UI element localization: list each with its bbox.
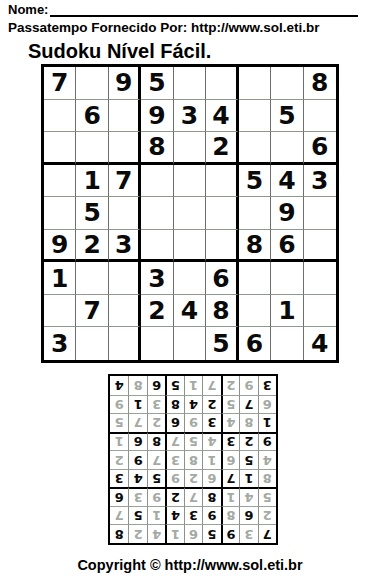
answer-cell-r2c9: 7 bbox=[110, 506, 128, 525]
cell-r3c1[interactable] bbox=[44, 132, 76, 165]
answer-cell-r9c8: 8 bbox=[128, 376, 146, 395]
cell-r5c8: 9 bbox=[271, 197, 303, 230]
answer-cell-r7c1: 1 bbox=[258, 413, 276, 432]
cell-r4c7: 5 bbox=[239, 165, 271, 198]
cell-r2c2: 6 bbox=[76, 100, 108, 133]
cell-r3c6: 2 bbox=[206, 132, 238, 165]
cell-r6c6[interactable] bbox=[206, 230, 238, 263]
answer-cell-r6c1: 9 bbox=[258, 432, 276, 451]
cell-r6c8: 6 bbox=[271, 230, 303, 263]
cell-r7c7[interactable] bbox=[239, 262, 271, 295]
cell-r9c1: 3 bbox=[44, 327, 76, 360]
cell-r5c1[interactable] bbox=[44, 197, 76, 230]
cell-r6c7: 8 bbox=[239, 230, 271, 263]
cell-r2c8: 5 bbox=[271, 100, 303, 133]
answer-cell-r1c2: 3 bbox=[239, 524, 257, 543]
answer-cell-r6c9: 1 bbox=[110, 432, 128, 451]
cell-r4c2: 1 bbox=[76, 165, 108, 198]
cell-r1c3: 9 bbox=[109, 67, 141, 100]
sudoku-grid: 795869345826175435992386136724813564 bbox=[41, 64, 339, 363]
answer-cell-r5c7: 7 bbox=[147, 450, 165, 469]
answer-cell-r9c4: 7 bbox=[202, 376, 220, 395]
provider-line: Passatempo Fornecido Por: http://www.sol… bbox=[8, 20, 320, 35]
cell-r8c2: 7 bbox=[76, 295, 108, 328]
cell-r8c8: 1 bbox=[271, 295, 303, 328]
answer-cell-r4c8: 4 bbox=[128, 469, 146, 488]
cell-r4c1[interactable] bbox=[44, 165, 76, 198]
cell-r6c9[interactable] bbox=[304, 230, 336, 263]
cell-r7c2[interactable] bbox=[76, 262, 108, 295]
answer-cell-r1c7: 4 bbox=[147, 524, 165, 543]
answer-cell-r6c3: 3 bbox=[221, 432, 239, 451]
cell-r8c3[interactable] bbox=[109, 295, 141, 328]
answer-cell-r6c8: 6 bbox=[128, 432, 146, 451]
answer-cell-r3c7: 9 bbox=[147, 487, 165, 506]
answer-cell-r8c6: 8 bbox=[165, 395, 183, 414]
answer-cell-r5c6: 3 bbox=[165, 450, 183, 469]
cell-r3c7[interactable] bbox=[239, 132, 271, 165]
cell-r6c4[interactable] bbox=[141, 230, 173, 263]
cell-r5c3[interactable] bbox=[109, 197, 141, 230]
cell-r7c4: 3 bbox=[141, 262, 173, 295]
cell-r4c8: 4 bbox=[271, 165, 303, 198]
answer-cell-r2c7: 1 bbox=[147, 506, 165, 525]
cell-r6c3: 3 bbox=[109, 230, 141, 263]
cell-r2c7[interactable] bbox=[239, 100, 271, 133]
cell-r5c6[interactable] bbox=[206, 197, 238, 230]
cell-r7c9[interactable] bbox=[304, 262, 336, 295]
answer-cell-r5c3: 6 bbox=[221, 450, 239, 469]
cell-r5c7[interactable] bbox=[239, 197, 271, 230]
answer-cell-r5c5: 8 bbox=[184, 450, 202, 469]
cell-r8c1[interactable] bbox=[44, 295, 76, 328]
answer-cell-r6c7: 8 bbox=[147, 432, 165, 451]
answer-cell-r5c1: 4 bbox=[258, 450, 276, 469]
answer-cell-r2c2: 6 bbox=[239, 506, 257, 525]
answer-cell-r6c6: 7 bbox=[165, 432, 183, 451]
cell-r1c5[interactable] bbox=[174, 67, 206, 100]
cell-r1c6[interactable] bbox=[206, 67, 238, 100]
answer-cell-r1c6: 1 bbox=[165, 524, 183, 543]
cell-r4c4[interactable] bbox=[141, 165, 173, 198]
cell-r7c1: 1 bbox=[44, 262, 76, 295]
cell-r7c8[interactable] bbox=[271, 262, 303, 295]
answer-cell-r4c4: 6 bbox=[202, 469, 220, 488]
answer-cell-r4c5: 2 bbox=[184, 469, 202, 488]
cell-r2c3[interactable] bbox=[109, 100, 141, 133]
cell-r9c2[interactable] bbox=[76, 327, 108, 360]
answer-cell-r7c7: 2 bbox=[147, 413, 165, 432]
answer-cell-r5c8: 9 bbox=[128, 450, 146, 469]
answer-cell-r5c9: 2 bbox=[110, 450, 128, 469]
cell-r2c9[interactable] bbox=[304, 100, 336, 133]
cell-r6c2: 2 bbox=[76, 230, 108, 263]
cell-r2c4: 9 bbox=[141, 100, 173, 133]
answer-cell-r6c2: 2 bbox=[239, 432, 257, 451]
answer-cell-r2c1: 2 bbox=[258, 506, 276, 525]
copyright: Copyright © http://www.sol.eti.br bbox=[0, 557, 380, 573]
answer-cell-r9c3: 2 bbox=[221, 376, 239, 395]
cell-r1c8[interactable] bbox=[271, 67, 303, 100]
cell-r2c6: 4 bbox=[206, 100, 238, 133]
cell-r7c5[interactable] bbox=[174, 262, 206, 295]
answer-cell-r8c9: 9 bbox=[110, 395, 128, 414]
answer-cell-r7c2: 8 bbox=[239, 413, 257, 432]
cell-r1c7[interactable] bbox=[239, 67, 271, 100]
answer-cell-r3c9: 6 bbox=[110, 487, 128, 506]
cell-r4c6[interactable] bbox=[206, 165, 238, 198]
cell-r7c3[interactable] bbox=[109, 262, 141, 295]
answer-cell-r8c3: 5 bbox=[221, 395, 239, 414]
cell-r6c5[interactable] bbox=[174, 230, 206, 263]
answer-cell-r5c2: 5 bbox=[239, 450, 257, 469]
page-title: Sudoku Nível Fácil. bbox=[28, 40, 211, 63]
answer-cell-r3c4: 8 bbox=[202, 487, 220, 506]
name-row: Nome: bbox=[8, 2, 358, 17]
answer-cell-r9c7: 6 bbox=[147, 376, 165, 395]
cell-r4c5[interactable] bbox=[174, 165, 206, 198]
answer-cell-r4c9: 3 bbox=[110, 469, 128, 488]
answer-cell-r3c5: 7 bbox=[184, 487, 202, 506]
worksheet-page: Nome: Passatempo Fornecido Por: http://w… bbox=[0, 0, 380, 585]
answer-cell-r7c5: 9 bbox=[184, 413, 202, 432]
answer-cell-r5c4: 1 bbox=[202, 450, 220, 469]
answer-cell-r3c2: 4 bbox=[239, 487, 257, 506]
answer-cell-r7c4: 3 bbox=[202, 413, 220, 432]
name-fill-line[interactable] bbox=[50, 2, 358, 17]
answer-cell-r9c1: 3 bbox=[258, 376, 276, 395]
answer-cell-r8c4: 2 bbox=[202, 395, 220, 414]
cell-r7c6: 6 bbox=[206, 262, 238, 295]
cell-r3c5[interactable] bbox=[174, 132, 206, 165]
cell-r9c5[interactable] bbox=[174, 327, 206, 360]
answer-cell-r4c2: 1 bbox=[239, 469, 257, 488]
cell-r3c8[interactable] bbox=[271, 132, 303, 165]
answer-cell-r7c6: 6 bbox=[165, 413, 183, 432]
answer-cell-r9c2: 9 bbox=[239, 376, 257, 395]
answer-cell-r6c4: 4 bbox=[202, 432, 220, 451]
answer-cell-r2c6: 4 bbox=[165, 506, 183, 525]
answer-cell-r8c2: 7 bbox=[239, 395, 257, 414]
answer-cell-r8c1: 6 bbox=[258, 395, 276, 414]
answer-cell-r4c3: 7 bbox=[221, 469, 239, 488]
cell-r8c6: 8 bbox=[206, 295, 238, 328]
answer-cell-r7c8: 7 bbox=[128, 413, 146, 432]
cell-r1c9: 8 bbox=[304, 67, 336, 100]
cell-r2c1[interactable] bbox=[44, 100, 76, 133]
answer-cell-r6c5: 5 bbox=[184, 432, 202, 451]
cell-r9c6: 5 bbox=[206, 327, 238, 360]
cell-r2c5: 3 bbox=[174, 100, 206, 133]
answer-cell-r3c8: 3 bbox=[128, 487, 146, 506]
answer-cell-r4c7: 5 bbox=[147, 469, 165, 488]
cell-r5c4[interactable] bbox=[141, 197, 173, 230]
answer-cell-r4c6: 9 bbox=[165, 469, 183, 488]
answer-cell-r1c9: 8 bbox=[110, 524, 128, 543]
answer-cell-r4c1: 8 bbox=[258, 469, 276, 488]
cell-r1c1: 7 bbox=[44, 67, 76, 100]
cell-r9c9: 4 bbox=[304, 327, 336, 360]
cell-r4c3: 7 bbox=[109, 165, 141, 198]
answer-cell-r2c3: 8 bbox=[221, 506, 239, 525]
answer-cell-r8c7: 3 bbox=[147, 395, 165, 414]
answer-cell-r1c8: 2 bbox=[128, 524, 146, 543]
cell-r5c2: 5 bbox=[76, 197, 108, 230]
cell-r9c7: 6 bbox=[239, 327, 271, 360]
answer-cell-r8c5: 4 bbox=[184, 395, 202, 414]
answer-cell-r1c3: 9 bbox=[221, 524, 239, 543]
cell-r8c4: 2 bbox=[141, 295, 173, 328]
answer-cell-r8c8: 1 bbox=[128, 395, 146, 414]
cell-r8c5: 4 bbox=[174, 295, 206, 328]
cell-r5c9[interactable] bbox=[304, 197, 336, 230]
answer-cell-r7c9: 5 bbox=[110, 413, 128, 432]
cell-r9c4[interactable] bbox=[141, 327, 173, 360]
answer-cell-r7c3: 4 bbox=[221, 413, 239, 432]
answer-cell-r2c8: 5 bbox=[128, 506, 146, 525]
answer-cell-r9c9: 4 bbox=[110, 376, 128, 395]
cell-r3c9: 6 bbox=[304, 132, 336, 165]
cell-r3c2[interactable] bbox=[76, 132, 108, 165]
cell-r3c3[interactable] bbox=[109, 132, 141, 165]
cell-r8c7[interactable] bbox=[239, 295, 271, 328]
cell-r1c2[interactable] bbox=[76, 67, 108, 100]
cell-r8c9[interactable] bbox=[304, 295, 336, 328]
answer-cell-r9c5: 1 bbox=[184, 376, 202, 395]
answer-cell-r3c3: 1 bbox=[221, 487, 239, 506]
cell-r3c4: 8 bbox=[141, 132, 173, 165]
answer-cell-r2c4: 9 bbox=[202, 506, 220, 525]
cell-r6c1: 9 bbox=[44, 230, 76, 263]
answer-grid-rotated: 7395614282689341575418729368176295434561… bbox=[108, 374, 278, 545]
answer-cell-r1c4: 5 bbox=[202, 524, 220, 543]
cell-r4c9: 3 bbox=[304, 165, 336, 198]
answer-cell-r9c6: 5 bbox=[165, 376, 183, 395]
cell-r9c3[interactable] bbox=[109, 327, 141, 360]
cell-r1c4: 5 bbox=[141, 67, 173, 100]
cell-r9c8[interactable] bbox=[271, 327, 303, 360]
answer-cell-r3c6: 2 bbox=[165, 487, 183, 506]
cell-r5c5[interactable] bbox=[174, 197, 206, 230]
answer-cell-r2c5: 3 bbox=[184, 506, 202, 525]
answer-cell-r3c1: 5 bbox=[258, 487, 276, 506]
answer-cell-r1c5: 6 bbox=[184, 524, 202, 543]
answer-cell-r1c1: 7 bbox=[258, 524, 276, 543]
name-label: Nome: bbox=[8, 2, 48, 17]
